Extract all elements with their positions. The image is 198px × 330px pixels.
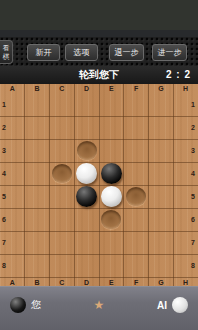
ai-group: AI	[157, 297, 188, 313]
board-cell-H8[interactable]	[173, 254, 198, 277]
board-cell-A4[interactable]	[0, 162, 25, 185]
board-cell-C2[interactable]	[50, 116, 75, 139]
board-cell-E3[interactable]	[99, 139, 124, 162]
board-cell-C3[interactable]	[50, 139, 75, 162]
board-cell-E4[interactable]	[99, 162, 124, 185]
col-label-top-C: C	[50, 84, 75, 93]
board-cell-F2[interactable]	[124, 116, 149, 139]
black-disc	[76, 186, 97, 207]
board-cell-E1[interactable]	[99, 93, 124, 116]
app-screen: 看棋 新开 选项 退一步 进一步 轮到您下 2 : 2 AABBCCDDEEFF…	[0, 0, 198, 330]
board-cell-H1[interactable]	[173, 93, 198, 116]
board-cell-A8[interactable]	[0, 254, 25, 277]
board-cell-H3[interactable]	[173, 139, 198, 162]
board-cell-E7[interactable]	[99, 231, 124, 254]
board-cell-B3[interactable]	[25, 139, 50, 162]
board-cell-B5[interactable]	[25, 185, 50, 208]
board-cell-D7[interactable]	[74, 231, 99, 254]
board-cell-B6[interactable]	[25, 208, 50, 231]
board-cell-G5[interactable]	[149, 185, 174, 208]
board-cell-E2[interactable]	[99, 116, 124, 139]
col-label-top-A: A	[0, 84, 25, 93]
board-cell-G1[interactable]	[149, 93, 174, 116]
board-cell-B7[interactable]	[25, 231, 50, 254]
board-cell-B8[interactable]	[25, 254, 50, 277]
col-label-top-D: D	[74, 84, 99, 93]
players-row: 您 ★ AI	[10, 295, 188, 315]
board-cell-B1[interactable]	[25, 93, 50, 116]
board-cell-D5[interactable]	[74, 185, 99, 208]
board-cell-G4[interactable]	[149, 162, 174, 185]
board-cell-E5[interactable]	[99, 185, 124, 208]
board-cell-A1[interactable]	[0, 93, 25, 116]
board-cell-A3[interactable]	[0, 139, 25, 162]
player-black-disc-icon	[10, 297, 26, 313]
top-divider-strip	[0, 30, 198, 37]
board-cell-C5[interactable]	[50, 185, 75, 208]
board-cell-F6[interactable]	[124, 208, 149, 231]
watch-game-side-tab[interactable]: 看棋	[0, 40, 13, 64]
board-cell-B4[interactable]	[25, 162, 50, 185]
board-cell-D3[interactable]	[74, 139, 99, 162]
board-cell-F7[interactable]	[124, 231, 149, 254]
board-cell-F8[interactable]	[124, 254, 149, 277]
player-group: 您	[10, 297, 41, 313]
board-cell-C7[interactable]	[50, 231, 75, 254]
board-cell-A6[interactable]	[0, 208, 25, 231]
new-game-button[interactable]: 新开	[27, 44, 60, 61]
legal-move-hint-hole	[77, 141, 97, 160]
ai-white-disc-icon	[172, 297, 188, 313]
legal-move-hint-hole	[126, 187, 146, 206]
board-cell-D8[interactable]	[74, 254, 99, 277]
board-cell-F3[interactable]	[124, 139, 149, 162]
board-cell-C8[interactable]	[50, 254, 75, 277]
col-label-top-F: F	[124, 84, 149, 93]
white-disc	[76, 163, 97, 184]
board-cell-F1[interactable]	[124, 93, 149, 116]
board-cell-D2[interactable]	[74, 116, 99, 139]
board-cell-G2[interactable]	[149, 116, 174, 139]
board-cell-E8[interactable]	[99, 254, 124, 277]
board-cell-H4[interactable]	[173, 162, 198, 185]
board-cell-A2[interactable]	[0, 116, 25, 139]
options-button[interactable]: 选项	[65, 44, 98, 61]
white-disc	[101, 186, 122, 207]
col-label-top-B: B	[25, 84, 50, 93]
ai-label: AI	[157, 300, 167, 311]
undo-button[interactable]: 退一步	[109, 44, 144, 61]
score-text: 2 : 2	[166, 66, 191, 84]
board-cell-H7[interactable]	[173, 231, 198, 254]
legal-move-hint-hole	[101, 210, 121, 229]
board-cell-G6[interactable]	[149, 208, 174, 231]
board-cell-D1[interactable]	[74, 93, 99, 116]
board-cell-C4[interactable]	[50, 162, 75, 185]
status-bar-space	[0, 0, 198, 30]
redo-button[interactable]: 进一步	[152, 44, 187, 61]
board-cell-H2[interactable]	[173, 116, 198, 139]
board-cell-G3[interactable]	[149, 139, 174, 162]
player-label: 您	[31, 298, 41, 312]
board-cell-D4[interactable]	[74, 162, 99, 185]
board-cell-C6[interactable]	[50, 208, 75, 231]
difficulty-star-icon: ★	[94, 299, 105, 311]
board-cell-F5[interactable]	[124, 185, 149, 208]
board-cell-B2[interactable]	[25, 116, 50, 139]
col-label-top-E: E	[99, 84, 124, 93]
board-cell-F4[interactable]	[124, 162, 149, 185]
board-cell-H6[interactable]	[173, 208, 198, 231]
toolbar: 看棋 新开 选项 退一步 进一步	[0, 37, 198, 66]
board: AABBCCDDEEFFGGHH1122334455667788	[0, 84, 198, 286]
status-bar: 轮到您下 2 : 2	[0, 66, 198, 84]
board-cell-E6[interactable]	[99, 208, 124, 231]
board-cell-G8[interactable]	[149, 254, 174, 277]
board-cell-C1[interactable]	[50, 93, 75, 116]
board-cell-G7[interactable]	[149, 231, 174, 254]
board-cell-D6[interactable]	[74, 208, 99, 231]
board-cell-H5[interactable]	[173, 185, 198, 208]
col-label-top-G: G	[149, 84, 174, 93]
legal-move-hint-hole	[52, 164, 72, 183]
col-label-top-H: H	[173, 84, 198, 93]
board-cell-A5[interactable]	[0, 185, 25, 208]
black-disc	[101, 163, 122, 184]
board-cell-A7[interactable]	[0, 231, 25, 254]
bottom-bar: 您 ★ AI	[0, 286, 198, 330]
